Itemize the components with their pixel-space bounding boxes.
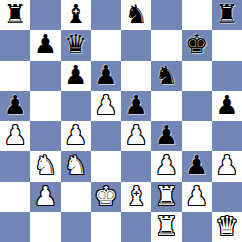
square-a2[interactable]	[0, 182, 30, 212]
square-a1[interactable]	[0, 212, 30, 242]
white-pawn[interactable]: ♟	[94, 92, 117, 118]
square-g1[interactable]	[182, 212, 212, 242]
black-pawn[interactable]: ♟	[124, 92, 147, 118]
square-b4[interactable]	[30, 121, 60, 151]
square-d3[interactable]	[91, 151, 121, 181]
white-pawn[interactable]: ♟	[155, 152, 178, 178]
square-g5[interactable]	[182, 91, 212, 121]
square-a3[interactable]	[0, 151, 30, 181]
square-b1[interactable]	[30, 212, 60, 242]
square-h4[interactable]	[212, 121, 242, 151]
black-bishop[interactable]: ♝	[64, 1, 87, 27]
square-h8[interactable]: ♜	[212, 0, 242, 30]
black-queen[interactable]: ♛	[64, 31, 87, 57]
square-e2[interactable]: ♝	[121, 182, 151, 212]
square-a8[interactable]: ♜	[0, 0, 30, 30]
square-b3[interactable]: ♞	[30, 151, 60, 181]
square-b8[interactable]	[30, 0, 60, 30]
white-queen[interactable]: ♛	[215, 213, 238, 239]
white-pawn[interactable]: ♟	[185, 183, 208, 209]
square-g2[interactable]: ♟	[182, 182, 212, 212]
square-g6[interactable]	[182, 61, 212, 91]
black-knight[interactable]: ♞	[155, 62, 178, 88]
black-rook[interactable]: ♜	[215, 1, 238, 27]
square-d5[interactable]: ♟	[91, 91, 121, 121]
square-f7[interactable]	[151, 30, 181, 60]
square-g4[interactable]	[182, 121, 212, 151]
square-c6[interactable]: ♟	[61, 61, 91, 91]
white-pawn[interactable]: ♟	[64, 122, 87, 148]
square-f5[interactable]	[151, 91, 181, 121]
square-c8[interactable]: ♝	[61, 0, 91, 30]
square-d1[interactable]	[91, 212, 121, 242]
square-c3[interactable]: ♞	[61, 151, 91, 181]
square-d2[interactable]: ♚	[91, 182, 121, 212]
square-g3[interactable]: ♟	[182, 151, 212, 181]
square-c1[interactable]	[61, 212, 91, 242]
black-king[interactable]: ♚	[185, 31, 208, 57]
white-knight[interactable]: ♞	[34, 152, 57, 178]
white-pawn[interactable]: ♟	[124, 122, 147, 148]
square-a6[interactable]	[0, 61, 30, 91]
square-b7[interactable]: ♟	[30, 30, 60, 60]
square-e1[interactable]	[121, 212, 151, 242]
white-rook[interactable]: ♜	[155, 213, 178, 239]
square-f3[interactable]: ♟	[151, 151, 181, 181]
black-pawn[interactable]: ♟	[155, 122, 178, 148]
white-king[interactable]: ♚	[94, 183, 117, 209]
square-g7[interactable]: ♚	[182, 30, 212, 60]
white-pawn[interactable]: ♟	[3, 122, 26, 148]
square-d4[interactable]	[91, 121, 121, 151]
square-e6[interactable]	[121, 61, 151, 91]
white-bishop[interactable]: ♝	[124, 183, 147, 209]
square-h1[interactable]: ♛	[212, 212, 242, 242]
square-d6[interactable]: ♟	[91, 61, 121, 91]
black-pawn[interactable]: ♟	[64, 62, 87, 88]
black-pawn[interactable]: ♟	[215, 92, 238, 118]
square-e5[interactable]: ♟	[121, 91, 151, 121]
white-pawn[interactable]: ♟	[215, 152, 238, 178]
white-pawn[interactable]: ♟	[34, 183, 57, 209]
white-knight[interactable]: ♞	[64, 152, 87, 178]
square-e8[interactable]: ♞	[121, 0, 151, 30]
square-h3[interactable]: ♟	[212, 151, 242, 181]
square-d8[interactable]	[91, 0, 121, 30]
square-h7[interactable]	[212, 30, 242, 60]
black-pawn[interactable]: ♟	[3, 92, 26, 118]
square-b6[interactable]	[30, 61, 60, 91]
square-h6[interactable]	[212, 61, 242, 91]
square-g8[interactable]	[182, 0, 212, 30]
black-rook[interactable]: ♜	[3, 1, 26, 27]
black-pawn[interactable]: ♟	[185, 152, 208, 178]
square-e3[interactable]	[121, 151, 151, 181]
black-knight[interactable]: ♞	[124, 1, 147, 27]
square-f2[interactable]: ♜	[151, 182, 181, 212]
square-f6[interactable]: ♞	[151, 61, 181, 91]
white-rook[interactable]: ♜	[155, 183, 178, 209]
square-e7[interactable]	[121, 30, 151, 60]
square-e4[interactable]: ♟	[121, 121, 151, 151]
square-c5[interactable]	[61, 91, 91, 121]
square-h5[interactable]: ♟	[212, 91, 242, 121]
square-b5[interactable]	[30, 91, 60, 121]
square-c4[interactable]: ♟	[61, 121, 91, 151]
square-c2[interactable]	[61, 182, 91, 212]
chess-board: ♜♝♞♜♟♛♚♟♟♞♟♟♟♟♟♟♟♟♞♞♟♟♟♟♚♝♜♟♜♛	[0, 0, 242, 242]
square-h2[interactable]	[212, 182, 242, 212]
black-pawn[interactable]: ♟	[94, 62, 117, 88]
black-pawn[interactable]: ♟	[34, 31, 57, 57]
square-f4[interactable]: ♟	[151, 121, 181, 151]
square-b2[interactable]: ♟	[30, 182, 60, 212]
square-f8[interactable]	[151, 0, 181, 30]
square-f1[interactable]: ♜	[151, 212, 181, 242]
square-d7[interactable]	[91, 30, 121, 60]
square-a5[interactable]: ♟	[0, 91, 30, 121]
square-a7[interactable]	[0, 30, 30, 60]
square-a4[interactable]: ♟	[0, 121, 30, 151]
square-c7[interactable]: ♛	[61, 30, 91, 60]
